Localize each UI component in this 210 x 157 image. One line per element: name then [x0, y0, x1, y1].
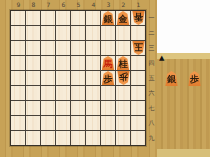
board-cell[interactable] — [41, 11, 55, 25]
file-label: 1 — [131, 1, 146, 9]
shogi-piece[interactable]: 歩 — [102, 71, 115, 85]
board-cell[interactable] — [86, 116, 100, 130]
board-cell[interactable] — [116, 41, 130, 55]
board-cell[interactable]: 歩 — [101, 71, 115, 85]
board-cell[interactable] — [11, 56, 25, 70]
rank-label: 一 — [147, 11, 156, 26]
board-cell[interactable] — [86, 131, 100, 145]
board-cell[interactable]: 歩 — [116, 71, 130, 85]
board-cell[interactable] — [56, 71, 70, 85]
board-cell[interactable] — [11, 11, 25, 25]
board-cell[interactable] — [26, 11, 40, 25]
board-cell[interactable] — [41, 116, 55, 130]
board-cell[interactable]: 香 — [131, 11, 145, 25]
board-cell[interactable] — [11, 86, 25, 100]
shogi-piece[interactable]: 桂 — [117, 56, 130, 70]
board-cell[interactable] — [71, 26, 85, 40]
rank-label: 三 — [147, 41, 156, 56]
piece-glyph: 歩 — [104, 75, 113, 84]
rank-label: 八 — [147, 116, 156, 131]
file-label: 8 — [26, 1, 41, 9]
board-cell[interactable] — [131, 71, 145, 85]
board-cell[interactable] — [131, 26, 145, 40]
board-cell[interactable] — [56, 56, 70, 70]
board-cell[interactable] — [56, 26, 70, 40]
file-label: 5 — [71, 1, 86, 9]
shogi-piece[interactable]: 銀 — [165, 71, 178, 86]
piece-glyph: 歩 — [119, 73, 128, 82]
piece-glyph: 銀 — [167, 75, 176, 84]
board-cell[interactable] — [41, 86, 55, 100]
board-cell[interactable]: 銀 — [101, 11, 115, 25]
shogi-piece[interactable]: 金 — [117, 11, 130, 25]
file-labels: 987654321 — [11, 1, 146, 9]
shogi-piece[interactable]: 歩 — [188, 71, 201, 86]
board-cell[interactable]: 馬 — [101, 56, 115, 70]
board-cell[interactable] — [26, 101, 40, 115]
board-cell[interactable] — [41, 131, 55, 145]
board-cell[interactable] — [116, 131, 130, 145]
board-cell[interactable] — [86, 11, 100, 25]
board-cell[interactable] — [101, 26, 115, 40]
shogi-piece[interactable]: 歩 — [117, 71, 130, 85]
board-cell[interactable] — [56, 116, 70, 130]
board-cell[interactable] — [71, 131, 85, 145]
shogi-diagram: ▲ 銀歩 987654321 一二三四五六七八九 銀金香玉馬桂歩歩 — [0, 0, 210, 157]
piece-glyph: 歩 — [190, 75, 199, 84]
board-cell[interactable] — [101, 101, 115, 115]
piece-glyph: 玉 — [134, 43, 143, 52]
file-label: 6 — [56, 1, 71, 9]
board-cell[interactable] — [86, 56, 100, 70]
board-cell[interactable] — [86, 101, 100, 115]
board-cell[interactable] — [11, 71, 25, 85]
rank-label: 二 — [147, 26, 156, 41]
board-cell[interactable] — [56, 41, 70, 55]
board-cell[interactable]: 桂 — [116, 56, 130, 70]
board-cell[interactable] — [131, 56, 145, 70]
file-label: 7 — [41, 1, 56, 9]
board-cell[interactable] — [131, 86, 145, 100]
board-cell[interactable]: 金 — [116, 11, 130, 25]
sente-komadai — [157, 53, 210, 157]
file-label: 9 — [11, 1, 26, 9]
board-cell[interactable] — [26, 86, 40, 100]
board-cell[interactable] — [11, 116, 25, 130]
board-cell[interactable] — [26, 26, 40, 40]
piece-glyph: 桂 — [119, 60, 128, 69]
board-cell[interactable] — [26, 56, 40, 70]
board-cell[interactable] — [116, 26, 130, 40]
board-cell[interactable] — [26, 71, 40, 85]
shogi-piece[interactable]: 馬 — [102, 56, 115, 70]
rank-labels: 一二三四五六七八九 — [147, 11, 156, 146]
board-cell[interactable] — [86, 41, 100, 55]
board-cell[interactable] — [26, 116, 40, 130]
board-cell[interactable] — [71, 86, 85, 100]
sente-hand: 銀歩 — [165, 71, 201, 86]
board-cell[interactable] — [56, 86, 70, 100]
board-cell[interactable] — [11, 41, 25, 55]
file-label: 3 — [101, 1, 116, 9]
shogi-piece[interactable]: 玉 — [132, 41, 145, 55]
rank-label: 六 — [147, 86, 156, 101]
rank-label: 五 — [147, 71, 156, 86]
board-cell[interactable] — [56, 11, 70, 25]
board-cell[interactable] — [101, 116, 115, 130]
shogi-piece[interactable]: 香 — [132, 11, 145, 25]
board-cell[interactable] — [131, 131, 145, 145]
board-cell[interactable] — [11, 26, 25, 40]
sente-turn-marker: ▲ — [159, 54, 164, 62]
board-cell[interactable] — [71, 101, 85, 115]
board-cell[interactable] — [26, 41, 40, 55]
file-label: 4 — [86, 1, 101, 9]
rank-label: 九 — [147, 131, 156, 146]
piece-glyph: 銀 — [104, 15, 113, 24]
board-cell[interactable] — [86, 26, 100, 40]
board-cell[interactable] — [56, 131, 70, 145]
shogi-piece[interactable]: 銀 — [102, 11, 115, 25]
shogi-board: 銀金香玉馬桂歩歩 — [10, 10, 146, 146]
board-cell[interactable] — [101, 86, 115, 100]
board-cell[interactable] — [41, 56, 55, 70]
rank-label: 四 — [147, 56, 156, 71]
board-cell[interactable] — [116, 86, 130, 100]
rank-label: 七 — [147, 101, 156, 116]
board-cell[interactable] — [56, 101, 70, 115]
file-label: 2 — [116, 1, 131, 9]
board-cell[interactable] — [101, 41, 115, 55]
board-cell[interactable] — [71, 56, 85, 70]
board-cell[interactable]: 玉 — [131, 41, 145, 55]
board-cell[interactable] — [131, 101, 145, 115]
board-cell[interactable] — [71, 41, 85, 55]
piece-glyph: 馬 — [104, 60, 113, 69]
board-cell[interactable] — [41, 71, 55, 85]
board-cell[interactable] — [86, 71, 100, 85]
board-cell[interactable] — [41, 41, 55, 55]
board-cell[interactable] — [71, 11, 85, 25]
board-cell[interactable] — [26, 131, 40, 145]
board-cell[interactable] — [41, 26, 55, 40]
board-cell[interactable] — [86, 86, 100, 100]
board-cell[interactable] — [71, 116, 85, 130]
gote-hand-area — [157, 0, 210, 53]
board-cell[interactable] — [11, 131, 25, 145]
board-cell[interactable] — [11, 101, 25, 115]
board-cell[interactable] — [131, 116, 145, 130]
piece-glyph: 香 — [134, 13, 143, 22]
board-cell[interactable] — [116, 101, 130, 115]
board-cell[interactable] — [116, 116, 130, 130]
board-cell[interactable] — [41, 101, 55, 115]
board-cell[interactable] — [101, 131, 115, 145]
piece-glyph: 金 — [119, 15, 128, 24]
board-cell[interactable] — [71, 71, 85, 85]
